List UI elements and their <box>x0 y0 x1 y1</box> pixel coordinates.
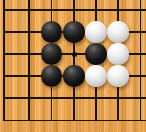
white-stone <box>107 43 129 65</box>
board-bottom-margin <box>0 121 146 132</box>
black-stone <box>41 43 63 65</box>
white-stone <box>85 21 107 43</box>
vertical-grid-line <box>140 0 142 121</box>
black-stone <box>85 43 107 65</box>
white-stone <box>107 21 129 43</box>
white-stone <box>107 65 129 87</box>
go-board[interactable] <box>0 0 146 132</box>
go-board-screenshot <box>0 0 146 132</box>
horizontal-grid-line <box>3 9 146 11</box>
black-stone <box>63 65 85 87</box>
horizontal-grid-line <box>3 120 146 122</box>
star-point-hoshi <box>72 52 77 57</box>
black-stone <box>63 21 85 43</box>
vertical-grid-line <box>3 0 5 121</box>
vertical-grid-line <box>73 0 75 121</box>
horizontal-grid-line <box>3 97 146 99</box>
black-stone <box>41 21 63 43</box>
white-stone <box>85 65 107 87</box>
vertical-grid-line <box>28 0 30 121</box>
black-stone <box>41 65 63 87</box>
